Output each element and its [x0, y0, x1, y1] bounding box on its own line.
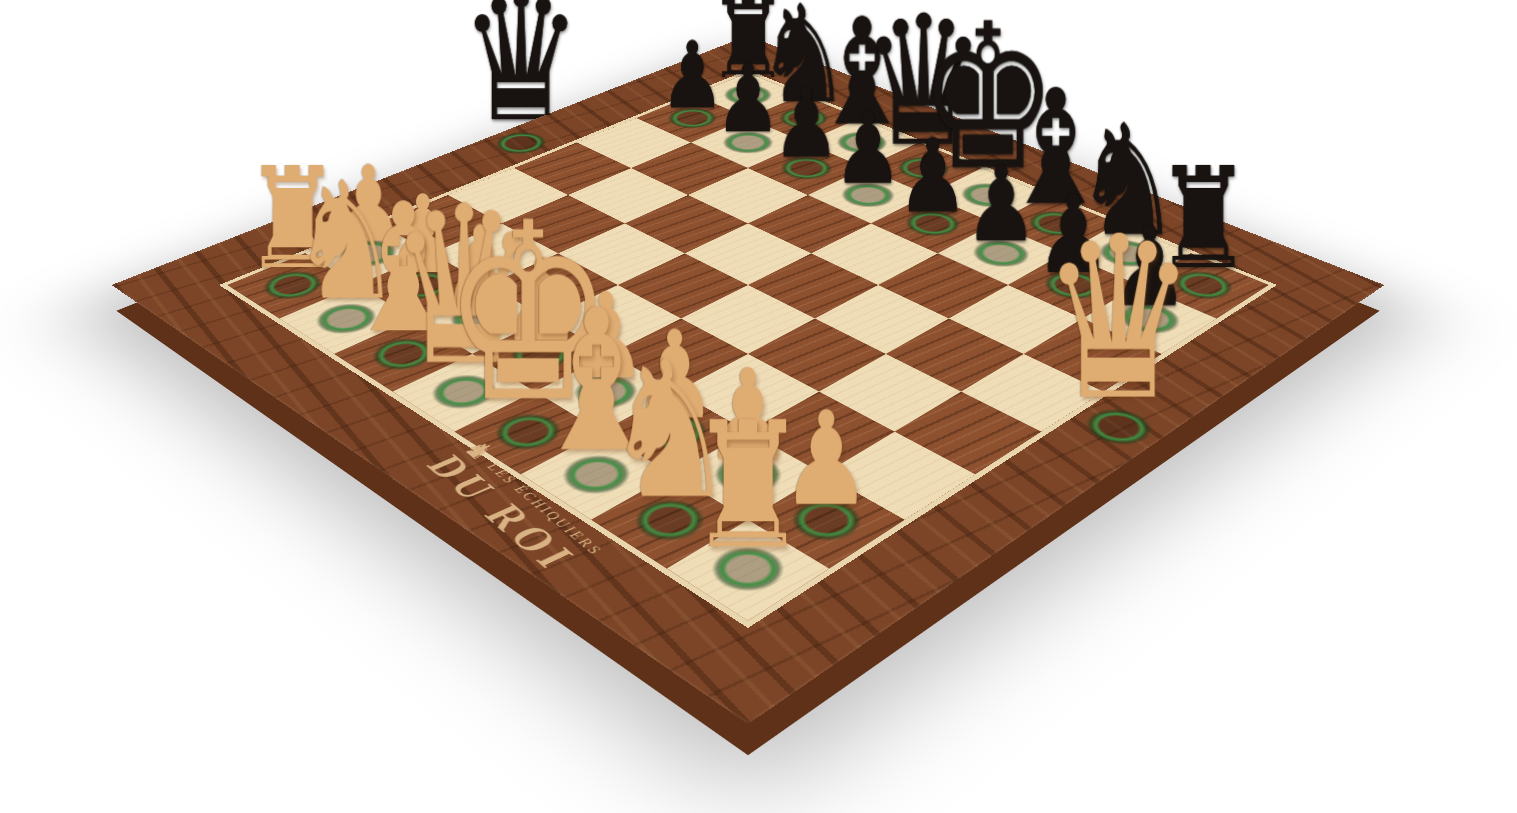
piece-white-rook-glyph: ♜: [687, 399, 809, 573]
piece-black-pawn-glyph: ♟: [897, 125, 968, 227]
piece-black-pawn-glyph: ♟: [715, 51, 781, 146]
piece-white-rook: ♜: [667, 520, 829, 621]
chess-board: ♜♞♝♛♚♝♞♜♟♟♟♟♟♟♟♟♟♟♟♟♟♟♟♟♜♞♝♛♚♝♞♜ ♞ LES É…: [112, 36, 1385, 725]
square-h1: ♜: [667, 520, 829, 621]
piece-black-pawn-glyph: ♟: [833, 99, 903, 199]
piece-black-pawn-glyph: ♟: [773, 75, 841, 172]
piece-black-pawn-glyph: ♟: [964, 152, 1037, 257]
spare-white-queen-glyph: ♛: [1040, 207, 1197, 432]
photo-scene: ♜♞♝♛♚♝♞♜♟♟♟♟♟♟♟♟♟♟♟♟♟♟♟♟♜♞♝♛♚♝♞♜ ♞ LES É…: [0, 0, 1517, 813]
spare-black-queen-glyph: ♛: [460, 0, 583, 146]
